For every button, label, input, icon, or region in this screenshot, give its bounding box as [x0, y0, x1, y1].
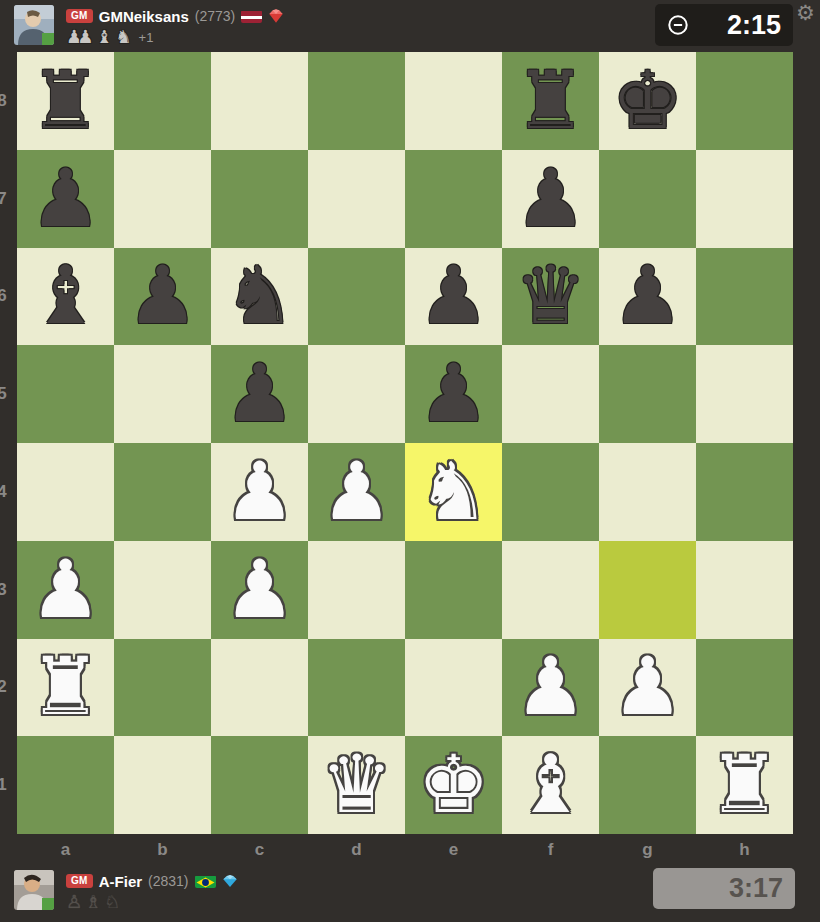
square-c8[interactable]: [211, 52, 308, 150]
bottom-captured-pieces: ♙♗♘: [66, 892, 123, 912]
square-b8[interactable]: [114, 52, 211, 150]
square-a8[interactable]: ♜: [17, 52, 114, 150]
rank-label-1: 1: [0, 736, 12, 834]
file-label-h: h: [696, 834, 793, 866]
top-player-clock: 2:15: [655, 4, 793, 46]
captured-bishop-icon: ♗: [85, 892, 101, 912]
square-h7[interactable]: [696, 150, 793, 248]
avatar-photo-bottom: [14, 870, 54, 910]
square-b3[interactable]: [114, 541, 211, 639]
rank-label-4: 4: [0, 443, 12, 541]
square-c5[interactable]: ♟: [211, 345, 308, 443]
piece-wQ-d1[interactable]: ♛: [321, 745, 393, 825]
blue-diamond-icon: [222, 873, 238, 889]
piece-bQ-f6[interactable]: ♛: [515, 256, 587, 336]
piece-bP-e5[interactable]: ♟: [418, 354, 490, 434]
rank-label-8: 8: [0, 52, 12, 150]
square-d4[interactable]: ♟: [308, 443, 405, 541]
square-a3[interactable]: ♟: [17, 541, 114, 639]
rank-label-2: 2: [0, 639, 12, 737]
square-a4[interactable]: [17, 443, 114, 541]
piece-wP-f2[interactable]: ♟: [515, 647, 587, 727]
square-a7[interactable]: ♟: [17, 150, 114, 248]
square-e1[interactable]: ♚: [405, 736, 502, 834]
captured-pawn-icon: ♟: [77, 27, 93, 47]
square-d3[interactable]: [308, 541, 405, 639]
square-a6[interactable]: ♝: [17, 248, 114, 346]
square-f2[interactable]: ♟: [502, 639, 599, 737]
square-d8[interactable]: [308, 52, 405, 150]
square-h4[interactable]: [696, 443, 793, 541]
square-g6[interactable]: ♟: [599, 248, 696, 346]
piece-wP-g2[interactable]: ♟: [612, 647, 684, 727]
rank-label-5: 5: [0, 345, 12, 443]
rank-label-7: 7: [0, 150, 12, 248]
latvia-flag-icon: [241, 10, 262, 23]
bottom-player-avatar[interactable]: [14, 870, 54, 910]
top-clock-time: 2:15: [727, 10, 781, 41]
square-e7[interactable]: [405, 150, 502, 248]
top-player-name[interactable]: GMNeiksans: [99, 8, 189, 25]
piece-bR-a8[interactable]: ♜: [30, 61, 102, 141]
top-player-bar: GM GMNeiksans (2773) ♟♟♝♞+1 2:15: [0, 0, 820, 52]
square-g4[interactable]: [599, 443, 696, 541]
avatar-photo-top: [14, 5, 54, 45]
square-a1[interactable]: [17, 736, 114, 834]
square-f6[interactable]: ♛: [502, 248, 599, 346]
square-h2[interactable]: [696, 639, 793, 737]
square-g2[interactable]: ♟: [599, 639, 696, 737]
red-diamond-icon: [268, 8, 284, 24]
square-a2[interactable]: ♜: [17, 639, 114, 737]
piece-bP-b6[interactable]: ♟: [127, 256, 199, 336]
square-c7[interactable]: [211, 150, 308, 248]
file-label-e: e: [405, 834, 502, 866]
square-b2[interactable]: [114, 639, 211, 737]
square-c2[interactable]: [211, 639, 308, 737]
minus-circle-icon: [667, 14, 689, 36]
square-f3[interactable]: [502, 541, 599, 639]
file-label-a: a: [17, 834, 114, 866]
piece-wR-a2[interactable]: ♜: [30, 647, 102, 727]
gm-title-badge: GM: [66, 9, 93, 23]
file-label-c: c: [211, 834, 308, 866]
square-h1[interactable]: ♜: [696, 736, 793, 834]
square-d7[interactable]: [308, 150, 405, 248]
square-e2[interactable]: [405, 639, 502, 737]
file-label-b: b: [114, 834, 211, 866]
square-f7[interactable]: ♟: [502, 150, 599, 248]
square-c1[interactable]: [211, 736, 308, 834]
bottom-player-clock: 3:17: [653, 868, 795, 909]
piece-wP-a3[interactable]: ♟: [30, 550, 102, 630]
square-e4[interactable]: ♞: [405, 443, 502, 541]
square-a5[interactable]: [17, 345, 114, 443]
rank-label-3: 3: [0, 541, 12, 639]
bottom-player-bar: GM A-Fier (2831) ♙♗♘ 3:17: [0, 866, 820, 922]
square-d2[interactable]: [308, 639, 405, 737]
rank-coordinates: 87654321: [0, 52, 17, 834]
square-h8[interactable]: [696, 52, 793, 150]
piece-wP-c3[interactable]: ♟: [224, 550, 296, 630]
material-advantage: +1: [139, 30, 154, 45]
gm-title-badge: GM: [66, 874, 93, 888]
square-b1[interactable]: [114, 736, 211, 834]
piece-wP-d4[interactable]: ♟: [321, 452, 393, 532]
piece-wN-e4[interactable]: ♞: [418, 452, 490, 532]
captured-bishop-icon: ♝: [96, 27, 112, 47]
top-player-avatar[interactable]: [14, 5, 54, 45]
square-f8[interactable]: ♜: [502, 52, 599, 150]
captured-knight-icon: ♞: [115, 27, 131, 47]
file-label-d: d: [308, 834, 405, 866]
piece-wB-f1[interactable]: ♝: [515, 745, 587, 825]
settings-gear-icon[interactable]: ⚙: [796, 3, 815, 24]
square-e6[interactable]: ♟: [405, 248, 502, 346]
square-c3[interactable]: ♟: [211, 541, 308, 639]
square-f5[interactable]: [502, 345, 599, 443]
square-f1[interactable]: ♝: [502, 736, 599, 834]
captured-knight-icon: ♘: [104, 892, 120, 912]
file-label-f: f: [502, 834, 599, 866]
square-e8[interactable]: [405, 52, 502, 150]
piece-wK-e1[interactable]: ♚: [418, 745, 490, 825]
square-g8[interactable]: ♚: [599, 52, 696, 150]
piece-bP-g6[interactable]: ♟: [612, 256, 684, 336]
bottom-player-rating: (2831): [148, 873, 188, 889]
square-b4[interactable]: [114, 443, 211, 541]
square-c4[interactable]: ♟: [211, 443, 308, 541]
top-captured-pieces: ♟♟♝♞+1: [66, 27, 153, 47]
bottom-player-name[interactable]: A-Fier: [99, 873, 142, 890]
brazil-flag-icon: [195, 875, 216, 888]
square-b7[interactable]: [114, 150, 211, 248]
square-d5[interactable]: [308, 345, 405, 443]
square-e3[interactable]: [405, 541, 502, 639]
square-d1[interactable]: ♛: [308, 736, 405, 834]
square-b5[interactable]: [114, 345, 211, 443]
piece-bP-e6[interactable]: ♟: [418, 256, 490, 336]
square-g7[interactable]: [599, 150, 696, 248]
square-h3[interactable]: [696, 541, 793, 639]
piece-bK-g8[interactable]: ♚: [612, 61, 684, 141]
square-d6[interactable]: [308, 248, 405, 346]
square-b6[interactable]: ♟: [114, 248, 211, 346]
square-g3[interactable]: [599, 541, 696, 639]
rank-label-6: 6: [0, 248, 12, 346]
file-coordinates: abcdefgh: [17, 834, 793, 866]
square-f4[interactable]: [502, 443, 599, 541]
piece-bR-f8[interactable]: ♜: [515, 61, 587, 141]
piece-bN-c6[interactable]: ♞: [224, 256, 296, 336]
piece-bP-f7[interactable]: ♟: [515, 159, 587, 239]
square-g5[interactable]: [599, 345, 696, 443]
chess-board: ♜♜♚♟♟♝♟♞♟♛♟♟♟♟♟♞♟♟♜♟♟♛♚♝♜: [17, 52, 793, 834]
square-h6[interactable]: [696, 248, 793, 346]
square-h5[interactable]: [696, 345, 793, 443]
captured-pawn-icon: ♙: [66, 892, 82, 912]
piece-bP-a7[interactable]: ♟: [30, 159, 102, 239]
piece-bB-a6[interactable]: ♝: [30, 256, 102, 336]
square-g1[interactable]: [599, 736, 696, 834]
file-label-g: g: [599, 834, 696, 866]
top-player-rating: (2773): [195, 8, 235, 24]
square-c6[interactable]: ♞: [211, 248, 308, 346]
square-e5[interactable]: ♟: [405, 345, 502, 443]
piece-bP-c5[interactable]: ♟: [224, 354, 296, 434]
piece-wR-h1[interactable]: ♜: [709, 745, 781, 825]
bottom-clock-time: 3:17: [729, 873, 783, 904]
piece-wP-c4[interactable]: ♟: [224, 452, 296, 532]
